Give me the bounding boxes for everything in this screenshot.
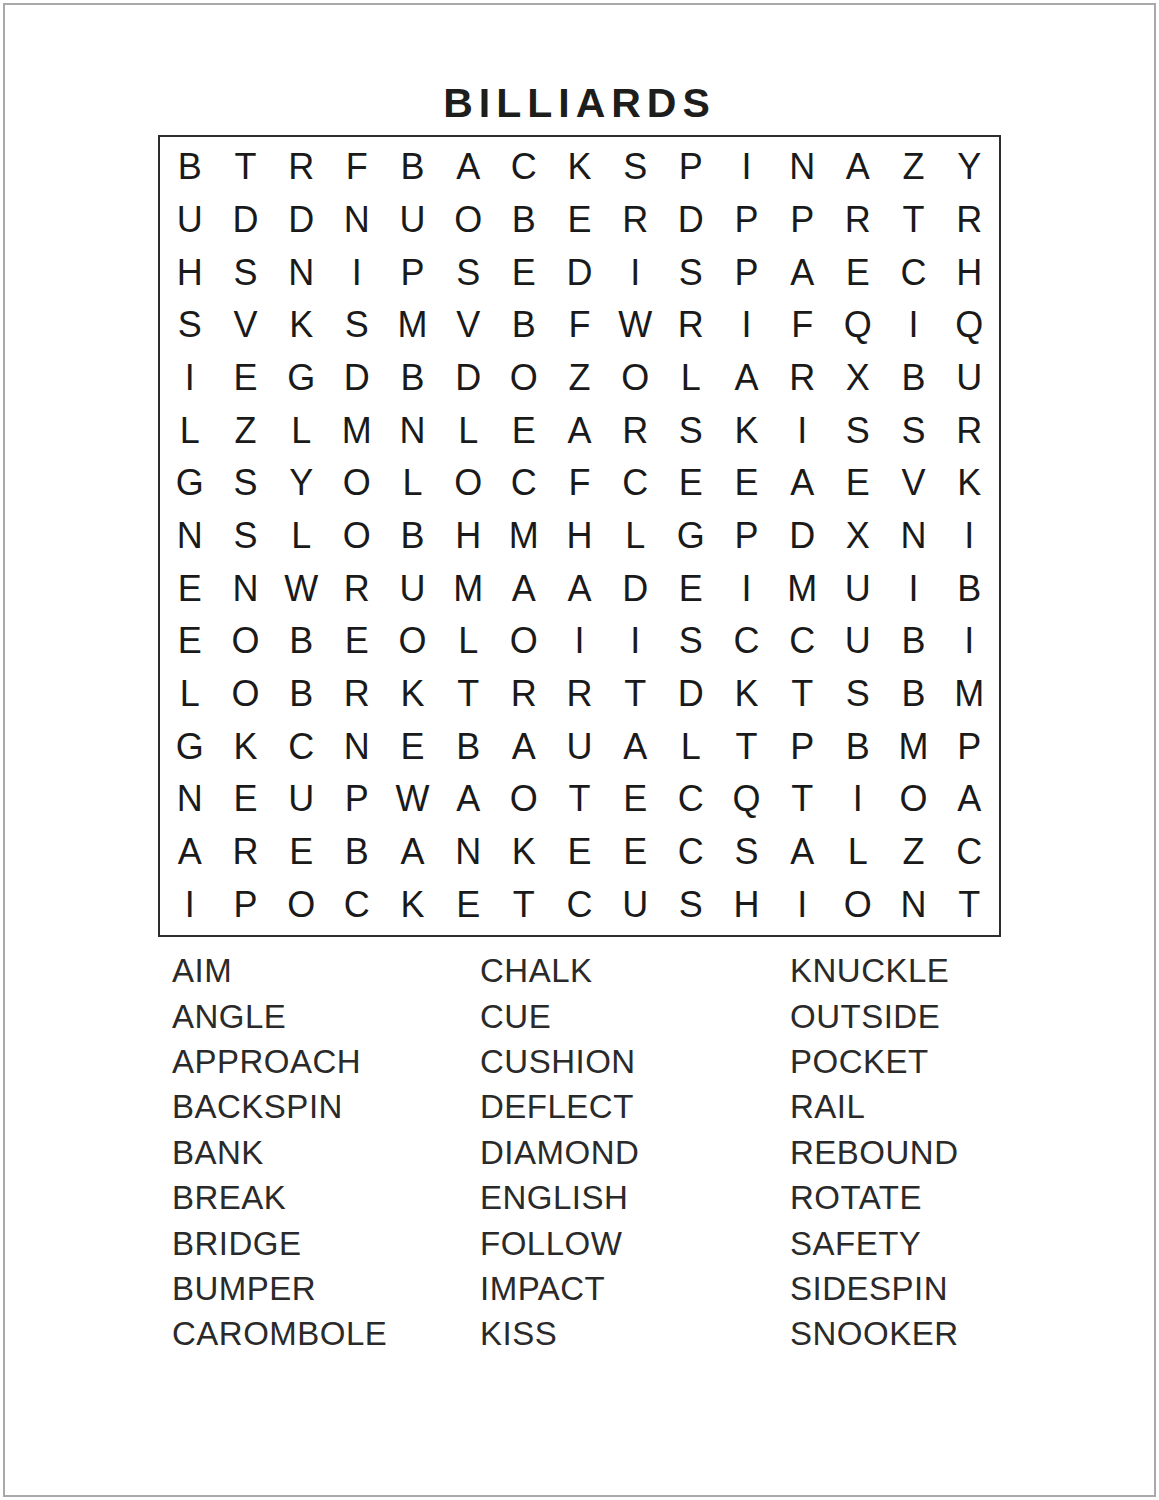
grid-cell-r13c12[interactable]: T	[774, 773, 830, 826]
grid-cell-r6c9[interactable]: R	[607, 404, 663, 457]
grid-cell-r1c2[interactable]: T	[218, 141, 274, 194]
grid-cell-r3c14[interactable]: C	[886, 246, 942, 299]
word-list-item: SAFETY	[790, 1220, 1032, 1265]
grid-cell-r12c3[interactable]: C	[273, 720, 329, 773]
grid-cell-r15c1[interactable]: I	[162, 878, 218, 931]
grid-cell-r14c13[interactable]: L	[830, 826, 886, 879]
grid-cell-r11c3[interactable]: B	[273, 668, 329, 721]
grid-cell-r8c10[interactable]: G	[663, 510, 719, 563]
grid-cell-r14c3[interactable]: E	[273, 826, 329, 879]
grid-cell-r8c9[interactable]: L	[607, 510, 663, 563]
grid-cell-r4c12[interactable]: F	[774, 299, 830, 352]
grid-cell-r11c10[interactable]: D	[663, 668, 719, 721]
word-list-column-2: CHALKCUECUSHIONDEFLECTDIAMONDENGLISHFOLL…	[480, 948, 790, 1357]
grid-cell-r14c9[interactable]: E	[607, 826, 663, 879]
grid-cell-r6c3[interactable]: L	[273, 404, 329, 457]
grid-cell-r12c11[interactable]: T	[719, 720, 775, 773]
grid-cell-r4c14[interactable]: I	[886, 299, 942, 352]
grid-cell-r6c1[interactable]: L	[162, 404, 218, 457]
word-list-item: ENGLISH	[480, 1175, 790, 1220]
grid-cell-r5c10[interactable]: L	[663, 352, 719, 405]
grid-cell-r9c10[interactable]: E	[663, 562, 719, 615]
grid-cell-r15c15[interactable]: T	[941, 878, 997, 931]
grid-cell-r1c8[interactable]: K	[552, 141, 608, 194]
grid-cell-r11c6[interactable]: T	[440, 668, 496, 721]
grid-cell-r6c7[interactable]: E	[496, 404, 552, 457]
grid-cell-r13c8[interactable]: T	[552, 773, 608, 826]
grid-cell-r15c2[interactable]: P	[218, 878, 274, 931]
grid-cell-r8c5[interactable]: B	[385, 510, 441, 563]
grid-cell-r4c15[interactable]: Q	[941, 299, 997, 352]
grid-cell-r4c3[interactable]: K	[273, 299, 329, 352]
grid-cell-r5c5[interactable]: B	[385, 352, 441, 405]
grid-cell-r11c4[interactable]: R	[329, 668, 385, 721]
puzzle-title: BILLIARDS	[0, 80, 1159, 127]
grid-cell-r5c9[interactable]: O	[607, 352, 663, 405]
grid-cell-r3c15[interactable]: H	[941, 246, 997, 299]
word-list-item: DEFLECT	[480, 1084, 790, 1129]
grid-cell-r1c5[interactable]: B	[385, 141, 441, 194]
grid-cell-r11c8[interactable]: R	[552, 668, 608, 721]
grid-cell-r2c11[interactable]: P	[719, 194, 775, 247]
grid-cell-r7c7[interactable]: C	[496, 457, 552, 510]
grid-cell-r1c4[interactable]: F	[329, 141, 385, 194]
grid-cell-r3c12[interactable]: A	[774, 246, 830, 299]
grid-cell-r15c3[interactable]: O	[273, 878, 329, 931]
grid-cell-r8c1[interactable]: N	[162, 510, 218, 563]
grid-cell-r6c11[interactable]: K	[719, 404, 775, 457]
grid-cell-r12c14[interactable]: M	[886, 720, 942, 773]
grid-cell-r4c9[interactable]: W	[607, 299, 663, 352]
word-list-column-1: AIMANGLEAPPROACHBACKSPINBANKBREAKBRIDGEB…	[172, 948, 480, 1357]
grid-cell-r8c11[interactable]: P	[719, 510, 775, 563]
grid-cell-r4c5[interactable]: M	[385, 299, 441, 352]
grid-cell-r9c14[interactable]: I	[886, 562, 942, 615]
grid-cell-r8c14[interactable]: N	[886, 510, 942, 563]
grid-cell-r11c14[interactable]: B	[886, 668, 942, 721]
grid-cell-r14c10[interactable]: C	[663, 826, 719, 879]
grid-cell-r1c11[interactable]: I	[719, 141, 775, 194]
word-list-item: KNUCKLE	[790, 948, 1032, 993]
grid-cell-r1c3[interactable]: R	[273, 141, 329, 194]
grid-cell-r12c2[interactable]: K	[218, 720, 274, 773]
word-search-grid: BTRFBACKSPINAZYUDDNUOBERDPPRTRHSNIPSEDIS…	[158, 135, 1001, 937]
grid-cell-r3c8[interactable]: D	[552, 246, 608, 299]
grid-cell-r9c7[interactable]: A	[496, 562, 552, 615]
grid-cell-r15c6[interactable]: E	[440, 878, 496, 931]
grid-cell-r9c5[interactable]: U	[385, 562, 441, 615]
grid-cell-r11c7[interactable]: R	[496, 668, 552, 721]
grid-cell-r13c1[interactable]: N	[162, 773, 218, 826]
grid-cell-r10c7[interactable]: O	[496, 615, 552, 668]
grid-cell-r3c13[interactable]: E	[830, 246, 886, 299]
word-list-item: ROTATE	[790, 1175, 1032, 1220]
grid-cell-r9c15[interactable]: B	[941, 562, 997, 615]
grid-cell-r6c15[interactable]: R	[941, 404, 997, 457]
grid-cell-r8c8[interactable]: H	[552, 510, 608, 563]
grid-cell-r3c9[interactable]: I	[607, 246, 663, 299]
grid-cell-r14c14[interactable]: Z	[886, 826, 942, 879]
grid-cell-r12c4[interactable]: N	[329, 720, 385, 773]
grid-cell-r4c4[interactable]: S	[329, 299, 385, 352]
grid-cell-r7c3[interactable]: Y	[273, 457, 329, 510]
grid-cell-r3c4[interactable]: I	[329, 246, 385, 299]
grid-cell-r9c6[interactable]: M	[440, 562, 496, 615]
grid-cell-r14c4[interactable]: B	[329, 826, 385, 879]
grid-cell-r2c14[interactable]: T	[886, 194, 942, 247]
grid-cell-r2c7[interactable]: B	[496, 194, 552, 247]
grid-cell-r4c11[interactable]: I	[719, 299, 775, 352]
word-list-item: CAROMBOLE	[172, 1311, 480, 1356]
word-list-item: FOLLOW	[480, 1220, 790, 1265]
grid-cell-r7c12[interactable]: A	[774, 457, 830, 510]
grid-cell-r1c10[interactable]: P	[663, 141, 719, 194]
grid-cell-r1c1[interactable]: B	[162, 141, 218, 194]
grid-cell-r15c12[interactable]: I	[774, 878, 830, 931]
grid-cell-r5c12[interactable]: R	[774, 352, 830, 405]
grid-cell-r3c10[interactable]: S	[663, 246, 719, 299]
word-list-item: CUE	[480, 993, 790, 1038]
grid-cell-r9c2[interactable]: N	[218, 562, 274, 615]
grid-cell-r12c5[interactable]: E	[385, 720, 441, 773]
grid-cell-r1c13[interactable]: A	[830, 141, 886, 194]
grid-cell-r1c12[interactable]: N	[774, 141, 830, 194]
grid-cell-r7c15[interactable]: K	[941, 457, 997, 510]
grid-cell-r2c4[interactable]: N	[329, 194, 385, 247]
grid-cell-r10c2[interactable]: O	[218, 615, 274, 668]
grid-cell-r7c6[interactable]: O	[440, 457, 496, 510]
grid-cell-r10c8[interactable]: I	[552, 615, 608, 668]
grid-cell-r8c12[interactable]: D	[774, 510, 830, 563]
grid-cell-r4c1[interactable]: S	[162, 299, 218, 352]
word-list-item: BACKSPIN	[172, 1084, 480, 1129]
grid-cell-r5c13[interactable]: X	[830, 352, 886, 405]
grid-cell-r15c8[interactable]: C	[552, 878, 608, 931]
grid-cell-r12c10[interactable]: L	[663, 720, 719, 773]
grid-cell-r8c7[interactable]: M	[496, 510, 552, 563]
grid-cell-r15c5[interactable]: K	[385, 878, 441, 931]
grid-cell-r14c2[interactable]: R	[218, 826, 274, 879]
grid-cell-r4c8[interactable]: F	[552, 299, 608, 352]
grid-cell-r14c5[interactable]: A	[385, 826, 441, 879]
grid-cell-r5c11[interactable]: A	[719, 352, 775, 405]
grid-cell-r2c5[interactable]: U	[385, 194, 441, 247]
grid-cell-r11c1[interactable]: L	[162, 668, 218, 721]
grid-cell-r13c2[interactable]: E	[218, 773, 274, 826]
grid-cell-r4c13[interactable]: Q	[830, 299, 886, 352]
grid-cell-r9c4[interactable]: R	[329, 562, 385, 615]
grid-cell-r7c11[interactable]: E	[719, 457, 775, 510]
grid-cell-r8c3[interactable]: L	[273, 510, 329, 563]
grid-cell-r14c15[interactable]: C	[941, 826, 997, 879]
grid-cell-r3c2[interactable]: S	[218, 246, 274, 299]
grid-cell-r15c14[interactable]: N	[886, 878, 942, 931]
word-list-item: AIM	[172, 948, 480, 993]
grid-cell-r7c10[interactable]: E	[663, 457, 719, 510]
grid-cell-r11c13[interactable]: S	[830, 668, 886, 721]
grid-cell-r2c9[interactable]: R	[607, 194, 663, 247]
grid-cell-r3c5[interactable]: P	[385, 246, 441, 299]
grid-cell-r7c2[interactable]: S	[218, 457, 274, 510]
grid-cell-r11c12[interactable]: T	[774, 668, 830, 721]
grid-cell-r8c15[interactable]: I	[941, 510, 997, 563]
grid-cell-r10c9[interactable]: I	[607, 615, 663, 668]
word-list-item: IMPACT	[480, 1266, 790, 1311]
grid-cell-r13c6[interactable]: A	[440, 773, 496, 826]
grid-cell-r1c7[interactable]: C	[496, 141, 552, 194]
grid-cell-r3c7[interactable]: E	[496, 246, 552, 299]
grid-cell-r1c6[interactable]: A	[440, 141, 496, 194]
grid-cell-r15c10[interactable]: S	[663, 878, 719, 931]
word-list-item: CUSHION	[480, 1039, 790, 1084]
grid-cell-r10c3[interactable]: B	[273, 615, 329, 668]
grid-cell-r6c13[interactable]: S	[830, 404, 886, 457]
grid-cell-r13c15[interactable]: A	[941, 773, 997, 826]
grid-cell-r14c12[interactable]: A	[774, 826, 830, 879]
grid-cell-r6c4[interactable]: M	[329, 404, 385, 457]
grid-cell-r2c2[interactable]: D	[218, 194, 274, 247]
grid-cell-r2c3[interactable]: D	[273, 194, 329, 247]
grid-cell-r7c8[interactable]: F	[552, 457, 608, 510]
grid-cell-r10c11[interactable]: C	[719, 615, 775, 668]
grid-cell-r9c11[interactable]: I	[719, 562, 775, 615]
word-list-item: SNOOKER	[790, 1311, 1032, 1356]
grid-cell-r4c10[interactable]: R	[663, 299, 719, 352]
grid-cell-r12c8[interactable]: U	[552, 720, 608, 773]
grid-cell-r14c1[interactable]: A	[162, 826, 218, 879]
grid-cell-r9c3[interactable]: W	[273, 562, 329, 615]
grid-cell-r12c7[interactable]: A	[496, 720, 552, 773]
grid-cell-r14c7[interactable]: K	[496, 826, 552, 879]
grid-cell-r2c12[interactable]: P	[774, 194, 830, 247]
grid-cell-r7c13[interactable]: E	[830, 457, 886, 510]
grid-cell-r12c13[interactable]: B	[830, 720, 886, 773]
grid-cell-r5c1[interactable]: I	[162, 352, 218, 405]
grid-cell-r9c13[interactable]: U	[830, 562, 886, 615]
grid-cell-r14c8[interactable]: E	[552, 826, 608, 879]
grid-cell-r7c1[interactable]: G	[162, 457, 218, 510]
grid-cell-r5c15[interactable]: U	[941, 352, 997, 405]
word-list-item: APPROACH	[172, 1039, 480, 1084]
grid-cell-r6c14[interactable]: S	[886, 404, 942, 457]
grid-cell-r10c13[interactable]: U	[830, 615, 886, 668]
grid-cell-r11c9[interactable]: T	[607, 668, 663, 721]
grid-cell-r10c1[interactable]: E	[162, 615, 218, 668]
grid-cell-r13c10[interactable]: C	[663, 773, 719, 826]
grid-cell-r4c6[interactable]: V	[440, 299, 496, 352]
grid-cell-r10c14[interactable]: B	[886, 615, 942, 668]
grid-cell-r12c12[interactable]: P	[774, 720, 830, 773]
grid-cell-r1c9[interactable]: S	[607, 141, 663, 194]
grid-cell-r6c2[interactable]: Z	[218, 404, 274, 457]
word-list-item: SIDESPIN	[790, 1266, 1032, 1311]
grid-cell-r10c4[interactable]: E	[329, 615, 385, 668]
grid-cell-r5c2[interactable]: E	[218, 352, 274, 405]
word-list-item: OUTSIDE	[790, 993, 1032, 1038]
word-list-item: REBOUND	[790, 1130, 1032, 1175]
grid-cell-r13c7[interactable]: O	[496, 773, 552, 826]
grid-cell-r9c12[interactable]: M	[774, 562, 830, 615]
grid-cell-r4c2[interactable]: V	[218, 299, 274, 352]
grid-cell-r13c13[interactable]: I	[830, 773, 886, 826]
grid-cell-r13c9[interactable]: E	[607, 773, 663, 826]
grid-cell-r10c6[interactable]: L	[440, 615, 496, 668]
grid-cell-r10c10[interactable]: S	[663, 615, 719, 668]
word-list-item: BRIDGE	[172, 1220, 480, 1265]
grid-cell-r15c11[interactable]: H	[719, 878, 775, 931]
grid-cell-r6c12[interactable]: I	[774, 404, 830, 457]
grid-cell-r6c8[interactable]: A	[552, 404, 608, 457]
grid-cell-r3c6[interactable]: S	[440, 246, 496, 299]
grid-cell-r11c5[interactable]: K	[385, 668, 441, 721]
grid-cell-r1c15[interactable]: Y	[941, 141, 997, 194]
grid-cell-r15c9[interactable]: U	[607, 878, 663, 931]
grid-cell-r15c7[interactable]: T	[496, 878, 552, 931]
grid-cell-r8c2[interactable]: S	[218, 510, 274, 563]
grid-cell-r7c5[interactable]: L	[385, 457, 441, 510]
grid-cell-r11c11[interactable]: K	[719, 668, 775, 721]
grid-cell-r3c3[interactable]: N	[273, 246, 329, 299]
grid-cell-r6c10[interactable]: S	[663, 404, 719, 457]
grid-cell-r1c14[interactable]: Z	[886, 141, 942, 194]
grid-cell-r14c11[interactable]: S	[719, 826, 775, 879]
grid-cell-r9c1[interactable]: E	[162, 562, 218, 615]
grid-cell-r5c3[interactable]: G	[273, 352, 329, 405]
word-list-item: ANGLE	[172, 993, 480, 1038]
word-list-item: KISS	[480, 1311, 790, 1356]
puzzle-page: BILLIARDS BTRFBACKSPINAZYUDDNUOBERDPPRTR…	[0, 0, 1159, 1500]
word-list: AIMANGLEAPPROACHBACKSPINBANKBREAKBRIDGEB…	[172, 948, 1032, 1357]
word-list-item: BUMPER	[172, 1266, 480, 1311]
word-list-item: POCKET	[790, 1039, 1032, 1084]
grid-cell-r5c14[interactable]: B	[886, 352, 942, 405]
grid-cell-r3c1[interactable]: H	[162, 246, 218, 299]
grid-cell-r10c12[interactable]: C	[774, 615, 830, 668]
grid-cell-r2c1[interactable]: U	[162, 194, 218, 247]
grid-cell-r5c8[interactable]: Z	[552, 352, 608, 405]
grid-cell-r2c13[interactable]: R	[830, 194, 886, 247]
grid-cell-r13c4[interactable]: P	[329, 773, 385, 826]
grid-cell-r8c4[interactable]: O	[329, 510, 385, 563]
grid-cell-r12c15[interactable]: P	[941, 720, 997, 773]
grid-cell-r6c5[interactable]: N	[385, 404, 441, 457]
grid-cell-r13c11[interactable]: Q	[719, 773, 775, 826]
grid-cell-r4c7[interactable]: B	[496, 299, 552, 352]
grid-cell-r13c14[interactable]: O	[886, 773, 942, 826]
grid-cell-r2c6[interactable]: O	[440, 194, 496, 247]
grid-cell-r13c3[interactable]: U	[273, 773, 329, 826]
grid-cell-r12c9[interactable]: A	[607, 720, 663, 773]
grid-cell-r14c6[interactable]: N	[440, 826, 496, 879]
grid-cell-r7c4[interactable]: O	[329, 457, 385, 510]
grid-cell-r12c6[interactable]: B	[440, 720, 496, 773]
grid-cell-r12c1[interactable]: G	[162, 720, 218, 773]
word-list-column-3: KNUCKLEOUTSIDEPOCKETRAILREBOUNDROTATESAF…	[790, 948, 1032, 1357]
grid-cell-r8c6[interactable]: H	[440, 510, 496, 563]
grid-cell-r2c15[interactable]: R	[941, 194, 997, 247]
grid-cell-r7c14[interactable]: V	[886, 457, 942, 510]
word-list-item: BANK	[172, 1130, 480, 1175]
grid-cell-r11c15[interactable]: M	[941, 668, 997, 721]
grid-cell-r9c9[interactable]: D	[607, 562, 663, 615]
grid-cell-r9c8[interactable]: A	[552, 562, 608, 615]
grid-cell-r11c2[interactable]: O	[218, 668, 274, 721]
word-list-item: RAIL	[790, 1084, 1032, 1129]
word-list-item: BREAK	[172, 1175, 480, 1220]
word-list-item: CHALK	[480, 948, 790, 993]
word-list-item: DIAMOND	[480, 1130, 790, 1175]
grid-cell-r5c6[interactable]: D	[440, 352, 496, 405]
grid-cell-r2c8[interactable]: E	[552, 194, 608, 247]
grid-cell-r3c11[interactable]: P	[719, 246, 775, 299]
grid-cell-r10c15[interactable]: I	[941, 615, 997, 668]
grid-cell-r6c6[interactable]: L	[440, 404, 496, 457]
grid-cell-r15c4[interactable]: C	[329, 878, 385, 931]
grid-cell-r5c7[interactable]: O	[496, 352, 552, 405]
grid-cell-r10c5[interactable]: O	[385, 615, 441, 668]
grid-cell-r5c4[interactable]: D	[329, 352, 385, 405]
grid-cell-r7c9[interactable]: C	[607, 457, 663, 510]
grid-cell-r15c13[interactable]: O	[830, 878, 886, 931]
grid-cell-r2c10[interactable]: D	[663, 194, 719, 247]
grid-cell-r13c5[interactable]: W	[385, 773, 441, 826]
grid-cell-r8c13[interactable]: X	[830, 510, 886, 563]
